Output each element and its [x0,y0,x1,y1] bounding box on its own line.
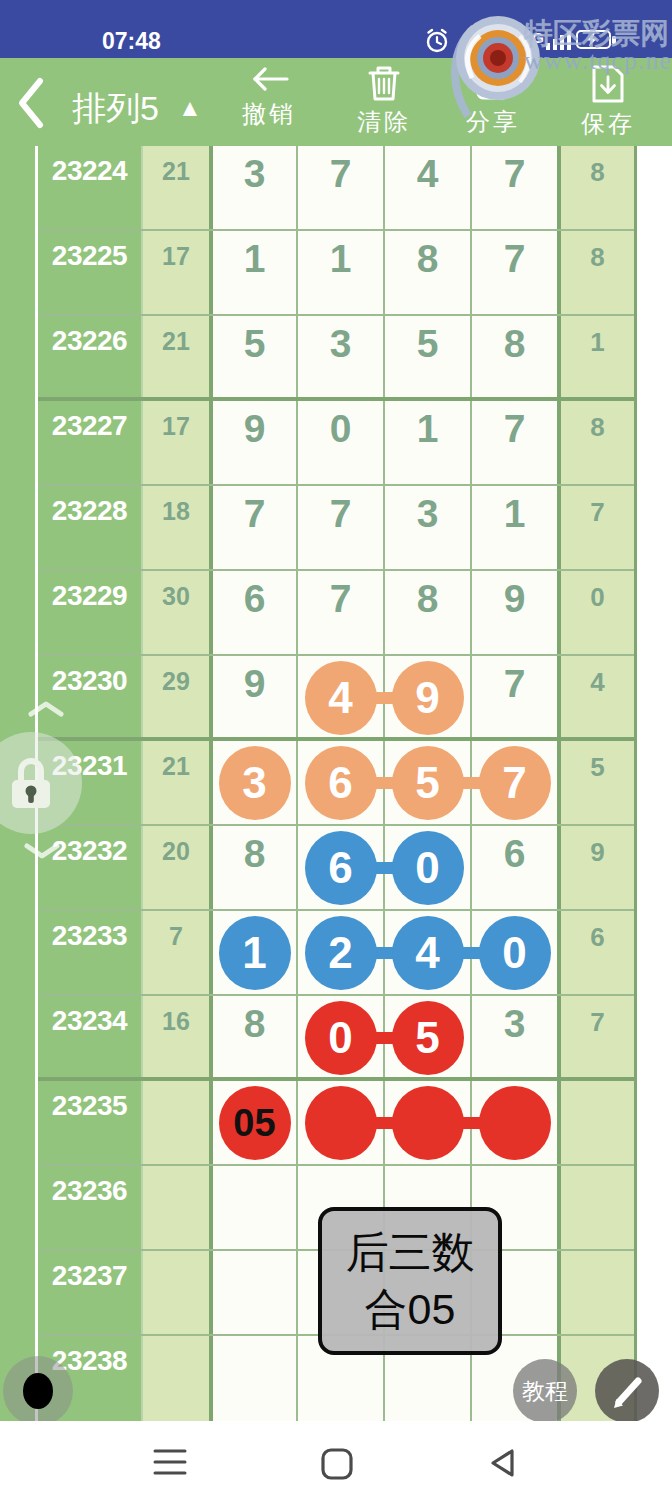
digit-cell[interactable]: 3 [383,486,470,569]
mark-circle[interactable]: 5 [392,746,464,820]
digit-cell[interactable]: 3 [470,996,557,1077]
sum-cell: 18 [141,486,209,569]
digit-cell[interactable]: 0 [470,911,557,994]
draw-mode-button[interactable] [595,1359,659,1423]
issue-cell: 23234 [38,996,141,1077]
issue-cell: 23236 [38,1166,141,1249]
digit-cell[interactable]: 05 [209,1081,296,1164]
annotation-note-box[interactable]: 后三数 合05 [318,1207,502,1355]
mark-circle[interactable]: 3 [219,746,291,820]
draw-row-23226: 232262153581 [38,316,634,401]
mark-circle[interactable]: 7 [479,746,551,820]
sum-cell [141,1336,209,1421]
draw-row-23227: 232271790178 [38,401,634,486]
sum-cell: 17 [141,231,209,314]
digit-cell[interactable] [209,1251,296,1334]
digit-cell[interactable]: 8 [383,571,470,654]
digit-cell[interactable]: 7 [470,231,557,314]
back-button[interactable] [14,76,48,130]
mark-circle[interactable]: 1 [219,916,291,990]
tail-cell [557,1166,634,1249]
alarm-icon [424,28,450,54]
tail-cell: 8 [557,401,634,484]
sum-cell: 16 [141,996,209,1077]
issue-cell: 23228 [38,486,141,569]
digit-cell[interactable] [209,1336,296,1421]
mark-circle[interactable]: 0 [305,1001,377,1075]
tail-cell: 5 [557,741,634,824]
tail-cell: 8 [557,231,634,314]
tail-cell: 0 [557,571,634,654]
draw-row-23232: 232322086069 [38,826,634,911]
digit-cell[interactable]: 5 [383,741,470,824]
mark-circle[interactable]: 4 [392,916,464,990]
sum-cell [141,1166,209,1249]
tail-cell: 4 [557,656,634,737]
digit-cell[interactable]: 6 [470,826,557,909]
black-dot-icon [23,1373,53,1409]
digit-cell[interactable]: 8 [383,231,470,314]
tail-cell [557,1251,634,1334]
mark-circle[interactable] [392,1086,464,1160]
issue-cell: 23224 [38,146,141,229]
sum-cell: 21 [141,146,209,229]
home-icon[interactable] [320,1447,354,1481]
pen-color-button[interactable] [3,1356,73,1426]
undo-button[interactable]: 撤销 [223,64,315,130]
watermark-url: www.tqcp.net [524,46,672,76]
back-nav-icon[interactable] [487,1447,519,1479]
digit-cell[interactable]: 0 [296,401,383,484]
digit-cell[interactable]: 9 [383,656,470,737]
digit-cell[interactable]: 7 [209,486,296,569]
digit-cell[interactable]: 4 [383,911,470,994]
sum-cell: 29 [141,656,209,737]
issue-cell: 23227 [38,401,141,484]
digit-cell[interactable]: 1 [209,911,296,994]
draw-row-23231: 232312136575 [38,741,634,826]
digit-cell[interactable] [383,1081,470,1164]
mark-circle[interactable]: 0 [392,831,464,905]
sum-cell: 21 [141,316,209,397]
tutorial-button[interactable]: 教程 [513,1359,577,1423]
digit-cell[interactable]: 6 [296,741,383,824]
sum-cell: 20 [141,826,209,909]
draw-row-23225: 232251711878 [38,231,634,316]
android-nav-bar [0,1421,672,1500]
digit-cell[interactable]: 7 [296,486,383,569]
pencil-icon [607,1371,647,1411]
digit-cell[interactable]: 1 [209,231,296,314]
digit-cell[interactable]: 8 [209,996,296,1077]
digit-cell[interactable]: 7 [470,401,557,484]
draw-row-23234: 232341680537 [38,996,634,1081]
tail-cell: 7 [557,486,634,569]
digit-cell[interactable]: 4 [383,146,470,229]
mark-circle[interactable] [479,1086,551,1160]
save-label: 保存 [562,108,654,140]
clock-time: 07:48 [102,28,161,55]
sum-cell: 30 [141,571,209,654]
digit-cell[interactable]: 7 [296,146,383,229]
digit-cell[interactable]: 7 [296,571,383,654]
scroll-down-chevron-icon[interactable] [22,842,62,860]
title-caret-icon[interactable]: ▲ [178,94,202,122]
digit-cell[interactable]: 3 [209,741,296,824]
digit-cell[interactable]: 1 [383,401,470,484]
draw-row-23233: 23233712406 [38,911,634,996]
trash-icon [365,64,403,102]
digit-cell[interactable]: 6 [209,571,296,654]
note-line-1: 后三数 [346,1224,475,1281]
sum-cell: 17 [141,401,209,484]
pailie5-trend-chart-screen: { "game": "PaiLie 5 (排列5) Chinese lotter… [0,0,672,1500]
issue-cell: 23230 [38,656,141,737]
digit-cell[interactable]: 7 [470,656,557,737]
tail-cell: 6 [557,911,634,994]
issue-cell: 23226 [38,316,141,397]
digit-cell[interactable]: 9 [209,656,296,737]
digit-cell[interactable]: 3 [296,316,383,397]
issue-cell: 23237 [38,1251,141,1334]
digit-cell[interactable]: 5 [383,316,470,397]
mark-circle[interactable]: 9 [392,661,464,735]
digit-cell[interactable]: 2 [296,911,383,994]
issue-cell: 23232 [38,826,141,909]
digit-cell[interactable]: 9 [470,571,557,654]
lock-icon [8,755,54,811]
undo-arrow-icon [247,64,291,94]
tail-cell: 7 [557,996,634,1077]
digit-cell[interactable] [296,1081,383,1164]
clear-button[interactable]: 清除 [338,64,430,138]
sum-cell [141,1081,209,1164]
mark-circle[interactable] [305,1086,377,1160]
mark-circle[interactable]: 4 [305,661,377,735]
note-line-2: 合05 [365,1281,456,1338]
digit-cell[interactable]: 8 [209,826,296,909]
digit-cell[interactable]: 7 [470,146,557,229]
page-title[interactable]: 排列5 [72,86,159,132]
digit-cell[interactable]: 5 [209,316,296,397]
mark-circle[interactable]: 6 [305,746,377,820]
issue-cell: 23225 [38,231,141,314]
draw-row-23235: 2323505 [38,1081,634,1166]
clear-label: 清除 [338,106,430,138]
tail-cell: 9 [557,826,634,909]
mark-circle[interactable]: 0 [479,916,551,990]
digit-cell[interactable]: 8 [470,316,557,397]
draw-row-23224: 232242137478 [38,146,634,231]
tail-cell [557,1081,634,1164]
issue-cell: 23235 [38,1081,141,1164]
tail-cell: 8 [557,146,634,229]
scroll-up-chevron-icon[interactable] [26,700,66,718]
digit-cell[interactable] [470,1081,557,1164]
mark-circle[interactable]: 05 [219,1086,291,1160]
mark-circle[interactable]: 6 [305,831,377,905]
draw-row-23228: 232281877317 [38,486,634,571]
digit-cell[interactable]: 9 [209,401,296,484]
digit-cell[interactable]: 4 [296,656,383,737]
digit-cell[interactable]: 5 [383,996,470,1077]
digit-cell[interactable]: 7 [470,741,557,824]
digit-cell[interactable]: 1 [296,231,383,314]
mark-circle[interactable]: 2 [305,916,377,990]
menu-icon[interactable] [150,1447,190,1477]
digit-cell[interactable] [209,1166,296,1249]
digit-cell[interactable]: 0 [383,826,470,909]
mark-circle[interactable]: 5 [392,1001,464,1075]
sum-cell: 7 [141,911,209,994]
digit-cell[interactable]: 3 [209,146,296,229]
digit-cell[interactable]: 0 [296,996,383,1077]
digit-cell[interactable]: 1 [470,486,557,569]
sum-cell [141,1251,209,1334]
issue-cell: 23229 [38,571,141,654]
sum-cell: 21 [141,741,209,824]
issue-cell: 23233 [38,911,141,994]
tutorial-label: 教程 [522,1376,568,1407]
draw-row-23230: 232302994974 [38,656,634,741]
tail-cell: 1 [557,316,634,397]
digit-cell[interactable]: 6 [296,826,383,909]
undo-label: 撤销 [223,98,315,130]
draw-row-23229: 232293067890 [38,571,634,656]
